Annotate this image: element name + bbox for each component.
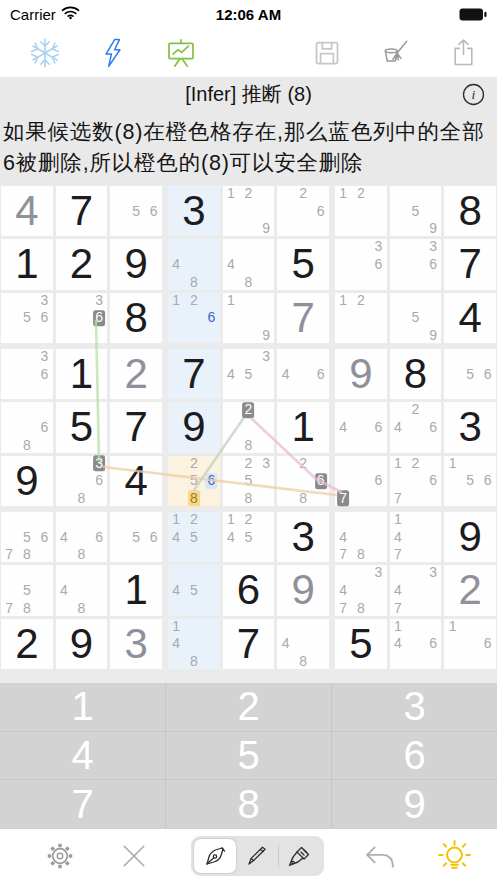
candidate-8: 8 — [21, 437, 33, 453]
candidate-9: 9 — [260, 328, 272, 344]
top-toolbar-left — [27, 35, 199, 71]
cell-r4c7[interactable]: 9 — [335, 349, 387, 399]
candidate-5: 5 — [21, 310, 33, 326]
given-digit: 1 — [124, 569, 147, 611]
cell-r6c7[interactable]: 67 — [335, 456, 387, 506]
cell-r2c7[interactable]: 36 — [335, 239, 387, 289]
cell-r5c4[interactable]: 9 — [168, 402, 220, 452]
candidate-6: 6 — [148, 529, 160, 545]
candidate-4: 4 — [392, 529, 404, 545]
candidate-8: 8 — [297, 654, 309, 670]
cell-r5c7[interactable]: 46 — [335, 402, 387, 452]
cell-r9c2[interactable]: 9 — [56, 619, 108, 669]
cell-r1c9[interactable]: 8 — [444, 186, 496, 236]
given-digit: 7 — [458, 243, 481, 285]
candidate-4: 4 — [225, 529, 237, 545]
candidate-3: 3 — [38, 349, 50, 365]
candidate-5: 5 — [243, 366, 255, 382]
erase-x-icon[interactable] — [116, 838, 152, 874]
candidate-8: 8 — [243, 437, 255, 453]
candidate-1: 1 — [225, 512, 237, 528]
cell-r6c2[interactable]: 368 — [56, 456, 108, 506]
given-digit: 5 — [70, 406, 93, 448]
candidate-5: 5 — [188, 583, 200, 599]
given-digit: 5 — [291, 243, 314, 285]
cell-r8c9[interactable]: 2 — [444, 565, 496, 615]
bottom-toolbar — [0, 828, 497, 883]
candidate-7: 7 — [337, 491, 349, 507]
hint-bulb-icon[interactable] — [436, 838, 472, 874]
cell-r3c8[interactable]: 59 — [390, 293, 442, 343]
cell-r6c3[interactable]: 4 — [110, 456, 162, 506]
cell-r1c1[interactable]: 4 — [1, 186, 53, 236]
candidate-8: 8 — [76, 547, 88, 563]
given-digit: 7 — [124, 406, 147, 448]
numpad: 123456789 — [0, 683, 497, 828]
cell-r7c1[interactable]: 5678 — [1, 512, 53, 562]
candidate-4: 4 — [170, 583, 182, 599]
cell-r7c5[interactable]: 1245 — [223, 512, 275, 562]
candidate-1: 1 — [392, 512, 404, 528]
candidate-5: 5 — [410, 203, 422, 219]
candidate-5: 5 — [21, 529, 33, 545]
candidate-6: 6 — [372, 257, 384, 273]
cell-r5c2[interactable]: 5 — [56, 402, 108, 452]
candidate-1: 1 — [337, 292, 349, 308]
candidate-5: 5 — [130, 203, 142, 219]
candidate-5: 5 — [21, 583, 33, 599]
cell-r4c3[interactable]: 2 — [110, 349, 162, 399]
snowflake-icon[interactable] — [27, 35, 63, 71]
candidate-4: 4 — [58, 583, 70, 599]
status-bar: Carrier 12:06 AM — [0, 0, 497, 28]
cell-r2c8[interactable]: 36 — [390, 239, 442, 289]
cell-r7c9[interactable]: 9 — [444, 512, 496, 562]
given-digit: 4 — [458, 297, 481, 339]
candidate-3: 3 — [260, 455, 272, 471]
candidate-5: 5 — [243, 473, 255, 489]
candidate-6: 6 — [315, 203, 327, 219]
candidate-1: 1 — [447, 618, 459, 634]
candidate-6: 6 — [482, 636, 494, 652]
candidate-3: 3 — [372, 239, 384, 255]
candidate-5: 5 — [464, 473, 476, 489]
candidate-7: 7 — [337, 547, 349, 563]
cell-r7c2[interactable]: 468 — [56, 512, 108, 562]
numpad-key-9[interactable]: 9 — [332, 780, 497, 828]
solved-digit: 7 — [291, 297, 314, 339]
given-digit: 3 — [291, 516, 314, 558]
given-digit: 9 — [70, 623, 93, 665]
cell-r9c7[interactable]: 5 — [335, 619, 387, 669]
cell-r1c3[interactable]: 56 — [110, 186, 162, 236]
pen-tool[interactable] — [194, 839, 236, 873]
cell-r4c8[interactable]: 8 — [390, 349, 442, 399]
title-bar: [Infer] 推断 (8) i — [0, 77, 497, 112]
solved-digit: 2 — [458, 569, 481, 611]
candidate-6: 6 — [38, 310, 50, 326]
solved-digit: 4 — [15, 190, 38, 232]
candidate-5: 5 — [188, 473, 200, 489]
info-icon[interactable]: i — [462, 83, 485, 110]
candidate-4: 4 — [392, 420, 404, 436]
candidate-4: 4 — [280, 366, 292, 382]
candidate-2: 2 — [355, 292, 367, 308]
cell-r5c8[interactable]: 246 — [390, 402, 442, 452]
save-icon[interactable] — [309, 35, 345, 71]
candidate-5: 5 — [464, 366, 476, 382]
svg-text:i: i — [472, 87, 476, 102]
candidate-6: 6 — [482, 366, 494, 382]
candidate-8: 8 — [76, 600, 88, 616]
pen-mode-segmented-control — [191, 836, 324, 876]
box-7: 567846856578481293 — [1, 512, 162, 669]
clean-board-icon[interactable] — [377, 35, 413, 71]
cell-r8c6[interactable]: 9 — [277, 565, 329, 615]
candidate-2: 2 — [410, 402, 422, 418]
numpad-key-3[interactable]: 3 — [332, 683, 497, 731]
numpad-key-7[interactable]: 7 — [0, 780, 165, 828]
candidate-3: 3 — [260, 349, 272, 365]
box-4: 3612685793684 — [1, 349, 162, 506]
candidate-1: 1 — [337, 186, 349, 202]
candidate-4: 4 — [58, 529, 70, 545]
candidate-6: 6 — [205, 310, 217, 326]
cell-r1c6[interactable]: 26 — [277, 186, 329, 236]
candidate-4: 4 — [337, 583, 349, 599]
cell-r1c5[interactable]: 129 — [223, 186, 275, 236]
candidate-4: 4 — [392, 636, 404, 652]
candidate-8: 8 — [297, 491, 309, 507]
candidate-6: 6 — [372, 420, 384, 436]
candidate-6: 6 — [93, 310, 105, 326]
board-numpad-gap — [0, 670, 497, 683]
candidate-4: 4 — [225, 257, 237, 273]
box-1: 4756129356368 — [1, 186, 162, 343]
candidate-9: 9 — [427, 221, 439, 237]
candidate-6: 6 — [205, 473, 217, 489]
cell-r3c7[interactable]: 12 — [335, 293, 387, 343]
cell-r8c5[interactable]: 6 — [223, 565, 275, 615]
top-toolbar — [0, 28, 497, 77]
given-digit: 4 — [124, 460, 147, 502]
cell-r6c4[interactable]: 2568 — [168, 456, 220, 506]
candidate-2: 2 — [355, 186, 367, 202]
cell-r7c4[interactable]: 1245 — [168, 512, 220, 562]
candidate-3: 3 — [93, 292, 105, 308]
cell-r2c4[interactable]: 48 — [168, 239, 220, 289]
candidate-8: 8 — [76, 491, 88, 507]
candidate-6: 6 — [93, 529, 105, 545]
candidate-4: 4 — [392, 583, 404, 599]
cell-r1c2[interactable]: 7 — [56, 186, 108, 236]
board-area: 4756129356368312926484851261971259836367… — [0, 185, 497, 670]
cell-r1c7[interactable]: 12 — [335, 186, 387, 236]
cell-r7c8[interactable]: 147 — [390, 512, 442, 562]
box-6: 9856462463671267156 — [335, 349, 496, 506]
cell-r2c3[interactable]: 9 — [110, 239, 162, 289]
candidate-8: 8 — [243, 491, 255, 507]
given-digit: 2 — [70, 243, 93, 285]
given-digit: 2 — [15, 623, 38, 665]
cell-r4c6[interactable]: 46 — [277, 349, 329, 399]
given-digit: 8 — [458, 190, 481, 232]
cell-r7c7[interactable]: 478 — [335, 512, 387, 562]
cell-r2c5[interactable]: 48 — [223, 239, 275, 289]
cell-r8c2[interactable]: 48 — [56, 565, 108, 615]
given-digit: 9 — [15, 460, 38, 502]
lightning-icon[interactable] — [95, 35, 131, 71]
cell-r3c4[interactable]: 126 — [168, 293, 220, 343]
candidate-7: 7 — [337, 600, 349, 616]
candidate-6: 6 — [427, 473, 439, 489]
given-digit: 1 — [291, 406, 314, 448]
candidate-3: 3 — [372, 565, 384, 581]
candidate-2: 2 — [410, 455, 422, 471]
cell-r5c3[interactable]: 7 — [110, 402, 162, 452]
cell-r2c6[interactable]: 5 — [277, 239, 329, 289]
solved-digit: 2 — [124, 353, 147, 395]
candidate-6: 6 — [148, 203, 160, 219]
candidate-6: 6 — [38, 420, 50, 436]
candidate-8: 8 — [21, 547, 33, 563]
cell-r1c4[interactable]: 3 — [168, 186, 220, 236]
candidate-7: 7 — [392, 547, 404, 563]
numpad-key-2[interactable]: 2 — [166, 683, 331, 731]
candidate-2: 2 — [297, 455, 309, 471]
candidate-8: 8 — [188, 491, 200, 507]
given-digit: 8 — [124, 297, 147, 339]
cell-r8c7[interactable]: 3478 — [335, 565, 387, 615]
candidate-9: 9 — [260, 221, 272, 237]
candidate-2: 2 — [188, 292, 200, 308]
cell-r5c6[interactable]: 1 — [277, 402, 329, 452]
cell-r8c8[interactable]: 347 — [390, 565, 442, 615]
numpad-key-5[interactable]: 5 — [166, 732, 331, 780]
candidate-2: 2 — [243, 512, 255, 528]
candidate-3: 3 — [93, 455, 105, 471]
candidate-1: 1 — [170, 292, 182, 308]
candidate-7: 7 — [3, 600, 15, 616]
brush-tool[interactable] — [279, 839, 321, 873]
cell-r1c8[interactable]: 59 — [390, 186, 442, 236]
cell-r8c4[interactable]: 45 — [168, 565, 220, 615]
candidate-4: 4 — [170, 257, 182, 273]
cell-r2c2[interactable]: 2 — [56, 239, 108, 289]
hint-text: 如果候选数(8)在橙色格存在,那么蓝色列中的全部6被删除,所以橙色的(8)可以安… — [0, 112, 497, 185]
given-digit: 7 — [70, 190, 93, 232]
cell-r3c1[interactable]: 356 — [1, 293, 53, 343]
given-digit: 8 — [404, 353, 427, 395]
candidate-3: 3 — [38, 292, 50, 308]
cell-r7c6[interactable]: 3 — [277, 512, 329, 562]
numpad-key-6[interactable]: 6 — [332, 732, 497, 780]
candidate-4: 4 — [280, 636, 292, 652]
cell-r9c1[interactable]: 2 — [1, 619, 53, 669]
given-digit: 3 — [458, 406, 481, 448]
candidate-1: 1 — [225, 186, 237, 202]
box-9: 478147934783472514616 — [335, 512, 496, 669]
cell-r9c3[interactable]: 3 — [110, 619, 162, 669]
candidate-3: 3 — [427, 565, 439, 581]
technique-title: [Infer] 推断 (8) — [185, 81, 312, 108]
given-digit: 3 — [182, 190, 205, 232]
candidate-5: 5 — [410, 310, 422, 326]
cell-r3c3[interactable]: 8 — [110, 293, 162, 343]
candidate-8: 8 — [355, 600, 367, 616]
cell-r2c9[interactable]: 7 — [444, 239, 496, 289]
candidate-4: 4 — [170, 636, 182, 652]
candidate-1: 1 — [225, 292, 237, 308]
cell-r2c1[interactable]: 1 — [1, 239, 53, 289]
candidate-2: 2 — [297, 186, 309, 202]
candidate-4: 4 — [337, 529, 349, 545]
candidate-4: 4 — [170, 529, 182, 545]
box-3: 125983636712594 — [335, 186, 496, 343]
cell-r4c4[interactable]: 7 — [168, 349, 220, 399]
cell-r3c6[interactable]: 7 — [277, 293, 329, 343]
candidate-7: 7 — [392, 491, 404, 507]
numpad-key-1[interactable]: 1 — [0, 683, 165, 731]
candidate-6: 6 — [38, 366, 50, 382]
candidate-6: 6 — [315, 473, 327, 489]
candidate-6: 6 — [482, 473, 494, 489]
cell-r3c5[interactable]: 19 — [223, 293, 275, 343]
cell-r6c8[interactable]: 1267 — [390, 456, 442, 506]
cell-r8c1[interactable]: 578 — [1, 565, 53, 615]
candidate-2: 2 — [243, 186, 255, 202]
cell-r6c6[interactable]: 268 — [277, 456, 329, 506]
cell-r9c6[interactable]: 48 — [277, 619, 329, 669]
solved-digit: 9 — [291, 569, 314, 611]
candidate-6: 6 — [315, 366, 327, 382]
candidate-5: 5 — [243, 529, 255, 545]
cell-r4c5[interactable]: 345 — [223, 349, 275, 399]
candidate-1: 1 — [447, 455, 459, 471]
candidate-7: 7 — [392, 600, 404, 616]
solved-digit: 9 — [349, 353, 372, 395]
share-icon[interactable] — [445, 35, 481, 71]
candidate-6: 6 — [427, 257, 439, 273]
candidate-1: 1 — [170, 618, 182, 634]
cell-r3c2[interactable]: 36 — [56, 293, 108, 343]
candidate-1: 1 — [170, 512, 182, 528]
candidate-6: 6 — [38, 529, 50, 545]
given-digit: 9 — [124, 243, 147, 285]
given-digit: 9 — [458, 516, 481, 558]
candidate-8: 8 — [243, 274, 255, 290]
given-digit: 1 — [15, 243, 38, 285]
candidate-8: 8 — [21, 600, 33, 616]
cell-r4c9[interactable]: 56 — [444, 349, 496, 399]
candidate-2: 2 — [188, 455, 200, 471]
sudoku-board: 4756129356368312926484851261971259836367… — [0, 185, 497, 670]
settings-gear-icon[interactable] — [42, 838, 78, 874]
candidate-8: 8 — [188, 654, 200, 670]
box-2: 31292648485126197 — [168, 186, 329, 343]
numpad-key-8[interactable]: 8 — [166, 780, 331, 828]
solved-digit: 3 — [124, 623, 147, 665]
candidate-6: 6 — [372, 473, 384, 489]
given-digit: 5 — [349, 623, 372, 665]
candidate-2: 2 — [243, 402, 255, 418]
cell-r5c5[interactable]: 28 — [223, 402, 275, 452]
candidate-4: 4 — [337, 420, 349, 436]
candidate-1: 1 — [392, 455, 404, 471]
statistics-board-icon[interactable] — [163, 35, 199, 71]
given-digit: 9 — [182, 406, 205, 448]
cell-r7c3[interactable]: 56 — [110, 512, 162, 562]
candidate-9: 9 — [427, 328, 439, 344]
candidate-8: 8 — [355, 547, 367, 563]
cell-r6c9[interactable]: 156 — [444, 456, 496, 506]
cell-r9c9[interactable]: 16 — [444, 619, 496, 669]
cell-r9c4[interactable]: 148 — [168, 619, 220, 669]
candidate-1: 1 — [392, 618, 404, 634]
cell-r4c2[interactable]: 1 — [56, 349, 108, 399]
candidate-3: 3 — [427, 239, 439, 255]
cell-r9c8[interactable]: 146 — [390, 619, 442, 669]
cell-r4c1[interactable]: 36 — [1, 349, 53, 399]
cell-r3c9[interactable]: 4 — [444, 293, 496, 343]
cell-r6c1[interactable]: 9 — [1, 456, 53, 506]
numpad-key-4[interactable]: 4 — [0, 732, 165, 780]
candidate-5: 5 — [130, 529, 142, 545]
candidate-5: 5 — [188, 529, 200, 545]
given-digit: 1 — [70, 353, 93, 395]
given-digit: 7 — [182, 353, 205, 395]
top-toolbar-right — [309, 35, 481, 71]
clock: 12:06 AM — [0, 6, 497, 23]
box-5: 734546928125682358268 — [168, 349, 329, 506]
pencil-tool[interactable] — [236, 839, 278, 873]
cell-r5c1[interactable]: 68 — [1, 402, 53, 452]
cell-r5c9[interactable]: 3 — [444, 402, 496, 452]
candidate-4: 4 — [225, 366, 237, 382]
candidate-8: 8 — [188, 274, 200, 290]
cell-r8c3[interactable]: 1 — [110, 565, 162, 615]
box-8: 1245124534569148748 — [168, 512, 329, 669]
candidate-7: 7 — [3, 547, 15, 563]
given-digit: 6 — [237, 569, 260, 611]
undo-icon[interactable] — [362, 838, 398, 874]
candidate-2: 2 — [243, 455, 255, 471]
given-digit: 7 — [237, 623, 260, 665]
candidate-6: 6 — [427, 420, 439, 436]
cell-r9c5[interactable]: 7 — [223, 619, 275, 669]
candidate-2: 2 — [188, 512, 200, 528]
cell-r6c5[interactable]: 2358 — [223, 456, 275, 506]
candidate-6: 6 — [93, 473, 105, 489]
candidate-6: 6 — [427, 636, 439, 652]
